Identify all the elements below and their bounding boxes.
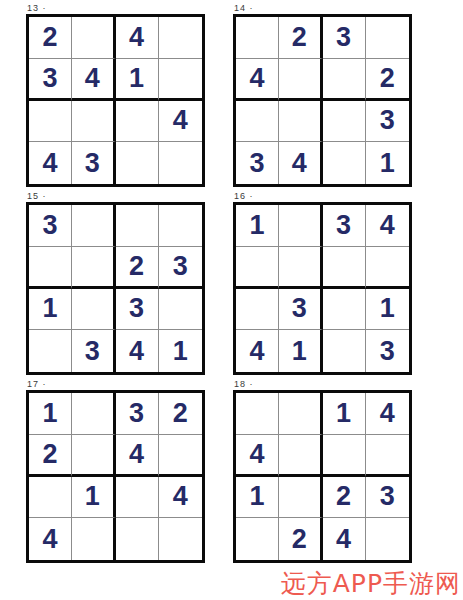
sudoku-cell-given: 3 bbox=[116, 393, 159, 435]
sudoku-cell-given: 2 bbox=[116, 247, 159, 289]
sudoku-cell-given: 1 bbox=[159, 330, 202, 372]
puzzle-13: 13 · 24341443 bbox=[26, 2, 205, 187]
sudoku-cell-given: 3 bbox=[323, 205, 366, 247]
sudoku-cell-empty bbox=[323, 289, 366, 331]
sudoku-cell-given: 4 bbox=[323, 518, 366, 560]
sudoku-cell-empty bbox=[159, 289, 202, 331]
puzzle-number-label: 18 · bbox=[233, 378, 412, 390]
sudoku-cell-given: 4 bbox=[159, 477, 202, 519]
sudoku-cell-given: 4 bbox=[72, 59, 115, 101]
sudoku-cell-given: 1 bbox=[236, 205, 279, 247]
sudoku-cell-given: 3 bbox=[29, 205, 72, 247]
sudoku-cell-empty bbox=[159, 435, 202, 477]
sudoku-cell-given: 3 bbox=[323, 17, 366, 59]
sudoku-cell-empty bbox=[72, 393, 115, 435]
sudoku-cell-empty bbox=[29, 330, 72, 372]
sudoku-cell-given: 3 bbox=[116, 289, 159, 331]
sudoku-cell-empty bbox=[236, 247, 279, 289]
sudoku-cell-empty bbox=[72, 101, 115, 143]
sudoku-cell-given: 2 bbox=[279, 17, 322, 59]
sudoku-cell-given: 3 bbox=[72, 142, 115, 184]
sudoku-cell-empty bbox=[366, 518, 409, 560]
sudoku-cell-empty bbox=[116, 101, 159, 143]
puzzle-number-label: 15 · bbox=[26, 190, 205, 202]
sudoku-cell-given: 3 bbox=[236, 142, 279, 184]
sudoku-cell-empty bbox=[116, 518, 159, 560]
sudoku-cell-empty bbox=[159, 59, 202, 101]
sudoku-cell-empty bbox=[236, 17, 279, 59]
puzzle-18: 18 · 14412324 bbox=[233, 378, 412, 563]
puzzle-17: 17 · 13224144 bbox=[26, 378, 205, 563]
sudoku-cell-given: 4 bbox=[29, 142, 72, 184]
sudoku-cell-given: 3 bbox=[279, 289, 322, 331]
sudoku-cell-given: 2 bbox=[29, 17, 72, 59]
sudoku-cell-given: 4 bbox=[279, 142, 322, 184]
sudoku-board-17: 13224144 bbox=[26, 390, 205, 563]
sudoku-cell-given: 1 bbox=[29, 393, 72, 435]
sudoku-cell-given: 4 bbox=[116, 17, 159, 59]
sudoku-board-14: 23423341 bbox=[233, 14, 412, 187]
sudoku-cell-empty bbox=[279, 393, 322, 435]
sudoku-cell-empty bbox=[323, 142, 366, 184]
sudoku-cell-empty bbox=[279, 59, 322, 101]
puzzle-16: 16 · 13431413 bbox=[233, 190, 412, 375]
sudoku-cell-empty bbox=[159, 142, 202, 184]
puzzle-sheet: 13 · 24341443 14 · 23423341 15 · 3231334… bbox=[0, 0, 463, 600]
sudoku-cell-given: 4 bbox=[236, 59, 279, 101]
sudoku-cell-empty bbox=[72, 205, 115, 247]
sudoku-board-13: 24341443 bbox=[26, 14, 205, 187]
puzzle-15: 15 · 32313341 bbox=[26, 190, 205, 375]
sudoku-cell-empty bbox=[29, 247, 72, 289]
puzzle-number-label: 14 · bbox=[233, 2, 412, 14]
sudoku-cell-given: 2 bbox=[366, 59, 409, 101]
sudoku-cell-given: 1 bbox=[366, 142, 409, 184]
sudoku-cell-empty bbox=[236, 393, 279, 435]
sudoku-cell-given: 4 bbox=[236, 330, 279, 372]
sudoku-cell-given: 2 bbox=[279, 518, 322, 560]
sudoku-cell-given: 4 bbox=[29, 518, 72, 560]
sudoku-cell-empty bbox=[236, 101, 279, 143]
sudoku-cell-given: 4 bbox=[159, 101, 202, 143]
sudoku-cell-empty bbox=[279, 101, 322, 143]
sudoku-cell-given: 3 bbox=[366, 330, 409, 372]
sudoku-cell-given: 2 bbox=[29, 435, 72, 477]
puzzle-14: 14 · 23423341 bbox=[233, 2, 412, 187]
sudoku-cell-empty bbox=[116, 142, 159, 184]
sudoku-cell-given: 1 bbox=[323, 393, 366, 435]
sudoku-cell-empty bbox=[279, 247, 322, 289]
sudoku-cell-empty bbox=[72, 247, 115, 289]
sudoku-cell-empty bbox=[159, 205, 202, 247]
sudoku-cell-empty bbox=[159, 518, 202, 560]
sudoku-cell-given: 4 bbox=[366, 393, 409, 435]
sudoku-cell-empty bbox=[29, 477, 72, 519]
sudoku-cell-given: 4 bbox=[366, 205, 409, 247]
sudoku-cell-given: 3 bbox=[72, 330, 115, 372]
puzzle-number-label: 17 · bbox=[26, 378, 205, 390]
sudoku-cell-empty bbox=[159, 17, 202, 59]
sudoku-cell-empty bbox=[366, 247, 409, 289]
sudoku-board-15: 32313341 bbox=[26, 202, 205, 375]
sudoku-cell-empty bbox=[236, 518, 279, 560]
sudoku-cell-given: 1 bbox=[29, 289, 72, 331]
sudoku-cell-empty bbox=[323, 435, 366, 477]
sudoku-cell-empty bbox=[279, 435, 322, 477]
sudoku-cell-given: 4 bbox=[236, 435, 279, 477]
sudoku-cell-given: 1 bbox=[279, 330, 322, 372]
puzzle-number-label: 16 · bbox=[233, 190, 412, 202]
sudoku-board-16: 13431413 bbox=[233, 202, 412, 375]
sudoku-board-18: 14412324 bbox=[233, 390, 412, 563]
sudoku-cell-empty bbox=[366, 17, 409, 59]
sudoku-cell-given: 3 bbox=[366, 101, 409, 143]
sudoku-cell-given: 4 bbox=[116, 435, 159, 477]
sudoku-cell-empty bbox=[116, 205, 159, 247]
sudoku-cell-empty bbox=[236, 289, 279, 331]
sudoku-cell-given: 2 bbox=[159, 393, 202, 435]
puzzle-grid-layout: 13 · 24341443 14 · 23423341 15 · 3231334… bbox=[26, 2, 412, 563]
sudoku-cell-given: 3 bbox=[29, 59, 72, 101]
sudoku-cell-given: 3 bbox=[159, 247, 202, 289]
sudoku-cell-empty bbox=[323, 330, 366, 372]
sudoku-cell-empty bbox=[72, 518, 115, 560]
sudoku-cell-empty bbox=[279, 205, 322, 247]
sudoku-cell-empty bbox=[29, 101, 72, 143]
sudoku-cell-empty bbox=[72, 435, 115, 477]
sudoku-cell-given: 1 bbox=[72, 477, 115, 519]
watermark-text: 远方APP手游网 bbox=[281, 567, 461, 600]
sudoku-cell-empty bbox=[323, 59, 366, 101]
sudoku-cell-empty bbox=[279, 477, 322, 519]
sudoku-cell-empty bbox=[72, 289, 115, 331]
sudoku-cell-empty bbox=[72, 17, 115, 59]
sudoku-cell-given: 1 bbox=[236, 477, 279, 519]
sudoku-cell-empty bbox=[323, 101, 366, 143]
sudoku-cell-given: 3 bbox=[366, 477, 409, 519]
sudoku-cell-given: 2 bbox=[323, 477, 366, 519]
sudoku-cell-empty bbox=[323, 247, 366, 289]
sudoku-cell-given: 1 bbox=[116, 59, 159, 101]
sudoku-cell-given: 4 bbox=[116, 330, 159, 372]
sudoku-cell-given: 1 bbox=[366, 289, 409, 331]
sudoku-cell-empty bbox=[366, 435, 409, 477]
sudoku-cell-empty bbox=[116, 477, 159, 519]
puzzle-number-label: 13 · bbox=[26, 2, 205, 14]
